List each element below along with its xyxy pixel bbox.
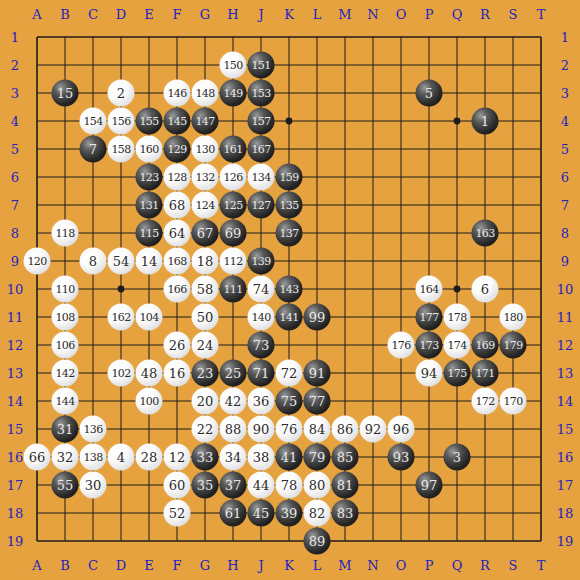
row-label-left-19: 19 [7,534,24,549]
move-number: 144 [55,396,74,407]
white-stone-80-L17[interactable]: 80 [304,472,331,499]
move-number: 7 [89,143,97,156]
white-stone-110-B10[interactable]: 110 [52,276,79,303]
col-label-bottom-N: N [367,558,378,573]
move-number: 123 [139,172,158,183]
black-stone-123-E6[interactable]: 123 [136,164,163,191]
col-label-bottom-C: C [88,558,98,573]
row-label-left-9: 9 [11,254,19,269]
white-stone-42-H14[interactable]: 42 [220,388,247,415]
move-number: 20 [197,395,214,408]
white-stone-22-G15[interactable]: 22 [192,416,219,443]
move-number: 32 [57,451,74,464]
col-label-top-D: D [116,7,126,22]
black-stone-37-H17[interactable]: 37 [220,472,247,499]
move-number: 178 [447,312,466,323]
col-label-top-T: T [537,7,546,22]
move-number: 151 [251,60,270,71]
row-label-right-18: 18 [557,506,574,521]
move-number: 26 [169,339,186,352]
white-stone-128-F6[interactable]: 128 [164,164,191,191]
black-stone-131-E7[interactable]: 131 [136,192,163,219]
white-stone-136-C15[interactable]: 136 [80,416,107,443]
move-number: 86 [337,423,354,436]
move-number: 34 [225,451,242,464]
black-stone-23-G13[interactable]: 23 [192,360,219,387]
black-stone-81-M17[interactable]: 81 [332,472,359,499]
move-number: 39 [281,507,298,520]
white-stone-24-G12[interactable]: 24 [192,332,219,359]
col-label-bottom-D: D [116,558,126,573]
move-number: 141 [279,312,298,323]
move-number: 130 [195,144,214,155]
col-label-top-N: N [367,7,378,22]
black-stone-69-H8[interactable]: 69 [220,220,247,247]
white-stone-148-G3[interactable]: 148 [192,80,219,107]
white-stone-156-D4[interactable]: 156 [108,108,135,135]
move-number: 91 [309,367,326,380]
white-stone-66-A16[interactable]: 66 [24,444,51,471]
black-stone-147-G4[interactable]: 147 [192,108,219,135]
black-stone-167-J5[interactable]: 167 [248,136,275,163]
black-stone-127-J7[interactable]: 127 [248,192,275,219]
white-stone-48-E13[interactable]: 48 [136,360,163,387]
black-stone-7-C5[interactable]: 7 [80,136,107,163]
row-label-left-11: 11 [7,310,24,325]
black-stone-145-F4[interactable]: 145 [164,108,191,135]
move-number: 131 [139,200,158,211]
black-stone-153-J3[interactable]: 153 [248,80,275,107]
black-stone-175-Q13[interactable]: 175 [444,360,471,387]
black-stone-151-J2[interactable]: 151 [248,52,275,79]
white-stone-140-J11[interactable]: 140 [248,304,275,331]
row-label-right-1: 1 [561,30,569,45]
white-stone-142-B13[interactable]: 142 [52,360,79,387]
white-stone-26-F12[interactable]: 26 [164,332,191,359]
row-label-left-12: 12 [7,338,24,353]
white-stone-132-G6[interactable]: 132 [192,164,219,191]
white-stone-96-O15[interactable]: 96 [388,416,415,443]
move-number: 78 [281,479,298,492]
move-number: 77 [309,395,326,408]
row-label-left-15: 15 [7,422,24,437]
white-stone-6-R10[interactable]: 6 [472,276,499,303]
move-number: 167 [251,144,270,155]
black-stone-163-R8[interactable]: 163 [472,220,499,247]
move-number: 42 [225,395,242,408]
col-label-bottom-T: T [537,558,546,573]
white-stone-150-H2[interactable]: 150 [220,52,247,79]
white-stone-2-D3[interactable]: 2 [108,80,135,107]
black-stone-1-R4[interactable]: 1 [472,108,499,135]
row-label-right-16: 16 [557,450,574,465]
black-stone-129-F5[interactable]: 129 [164,136,191,163]
row-label-right-11: 11 [557,310,574,325]
white-stone-18-G9[interactable]: 18 [192,248,219,275]
move-number: 110 [55,284,74,295]
move-number: 44 [253,479,270,492]
move-number: 148 [195,88,214,99]
move-number: 132 [195,172,214,183]
black-stone-157-J4[interactable]: 157 [248,108,275,135]
col-label-top-L: L [313,7,322,22]
black-stone-45-J18[interactable]: 45 [248,500,275,527]
white-stone-102-D13[interactable]: 102 [108,360,135,387]
white-stone-158-D5[interactable]: 158 [108,136,135,163]
black-stone-83-M18[interactable]: 83 [332,500,359,527]
white-stone-124-G7[interactable]: 124 [192,192,219,219]
col-label-top-O: O [396,7,407,22]
row-label-right-10: 10 [557,282,574,297]
move-number: 3 [453,451,461,464]
white-stone-12-F16[interactable]: 12 [164,444,191,471]
row-label-left-16: 16 [7,450,24,465]
move-number: 171 [475,368,494,379]
move-number: 139 [251,256,270,267]
black-stone-115-E8[interactable]: 115 [136,220,163,247]
move-number: 38 [253,451,270,464]
move-number: 90 [253,423,270,436]
col-label-top-G: G [200,7,210,22]
col-label-bottom-L: L [313,558,322,573]
black-stone-161-H5[interactable]: 161 [220,136,247,163]
col-label-top-S: S [509,7,518,22]
black-stone-139-J9[interactable]: 139 [248,248,275,275]
col-label-top-C: C [88,7,98,22]
move-number: 179 [503,340,522,351]
black-stone-89-L19[interactable]: 89 [304,528,331,555]
black-stone-135-K7[interactable]: 135 [276,192,303,219]
black-stone-67-G8[interactable]: 67 [192,220,219,247]
move-number: 68 [169,199,186,212]
white-stone-104-E11[interactable]: 104 [136,304,163,331]
white-stone-118-B8[interactable]: 118 [52,220,79,247]
black-stone-5-P3[interactable]: 5 [416,80,443,107]
black-stone-85-M16[interactable]: 85 [332,444,359,471]
move-number: 37 [225,479,242,492]
move-number: 92 [365,423,382,436]
white-stone-58-G10[interactable]: 58 [192,276,219,303]
move-number: 66 [29,451,46,464]
move-number: 89 [309,535,326,548]
white-stone-170-S14[interactable]: 170 [500,388,527,415]
move-number: 76 [281,423,298,436]
black-stone-155-E4[interactable]: 155 [136,108,163,135]
move-number: 14 [141,255,158,268]
black-stone-143-K10[interactable]: 143 [276,276,303,303]
black-stone-31-B15[interactable]: 31 [52,416,79,443]
black-stone-75-K14[interactable]: 75 [276,388,303,415]
move-number: 143 [279,284,298,295]
move-number: 52 [169,507,186,520]
white-stone-4-D16[interactable]: 4 [108,444,135,471]
white-stone-160-E5[interactable]: 160 [136,136,163,163]
white-stone-44-J17[interactable]: 44 [248,472,275,499]
col-label-top-K: K [284,7,294,22]
white-stone-130-G5[interactable]: 130 [192,136,219,163]
move-number: 84 [309,423,326,436]
move-number: 172 [475,396,494,407]
row-label-right-4: 4 [561,114,569,129]
move-number: 170 [503,396,522,407]
move-number: 124 [195,200,214,211]
row-label-right-19: 19 [557,534,574,549]
move-number: 88 [225,423,242,436]
move-number: 150 [223,60,242,71]
col-label-bottom-J: J [258,558,263,573]
black-stone-169-R12[interactable]: 169 [472,332,499,359]
black-stone-173-P12[interactable]: 173 [416,332,443,359]
move-number: 96 [393,423,410,436]
black-stone-41-K16[interactable]: 41 [276,444,303,471]
row-label-left-5: 5 [11,142,19,157]
white-stone-176-O12[interactable]: 176 [388,332,415,359]
move-number: 82 [309,507,326,520]
row-label-right-15: 15 [557,422,574,437]
move-number: 24 [197,339,214,352]
move-number: 22 [197,423,214,436]
black-stone-171-R13[interactable]: 171 [472,360,499,387]
move-number: 166 [167,284,186,295]
white-stone-90-J15[interactable]: 90 [248,416,275,443]
move-number: 128 [167,172,186,183]
move-number: 50 [197,311,214,324]
row-label-left-17: 17 [7,478,24,493]
move-number: 58 [197,283,214,296]
move-number: 36 [253,395,270,408]
col-label-bottom-Q: Q [452,558,463,573]
white-stone-8-C9[interactable]: 8 [80,248,107,275]
row-label-right-6: 6 [561,170,569,185]
move-number: 48 [141,367,158,380]
col-label-bottom-G: G [200,558,210,573]
black-stone-61-H18[interactable]: 61 [220,500,247,527]
black-stone-71-J13[interactable]: 71 [248,360,275,387]
move-number: 125 [223,200,242,211]
white-stone-134-J6[interactable]: 134 [248,164,275,191]
star-point-K4 [286,118,293,125]
col-label-bottom-B: B [60,558,70,573]
white-stone-38-J16[interactable]: 38 [248,444,275,471]
move-number: 6 [481,283,489,296]
black-stone-149-H3[interactable]: 149 [220,80,247,107]
move-number: 153 [251,88,270,99]
row-label-right-12: 12 [557,338,574,353]
move-number: 161 [223,144,242,155]
white-stone-92-N15[interactable]: 92 [360,416,387,443]
black-stone-177-P11[interactable]: 177 [416,304,443,331]
move-number: 127 [251,200,270,211]
black-stone-111-H10[interactable]: 111 [220,276,247,303]
row-label-left-18: 18 [7,506,24,521]
black-stone-137-K8[interactable]: 137 [276,220,303,247]
black-stone-179-S12[interactable]: 179 [500,332,527,359]
move-number: 149 [223,88,242,99]
white-stone-172-R14[interactable]: 172 [472,388,499,415]
col-label-bottom-H: H [227,558,238,573]
move-number: 177 [419,312,438,323]
move-number: 94 [421,367,438,380]
move-number: 99 [309,311,326,324]
move-number: 45 [253,507,270,520]
move-number: 85 [337,451,354,464]
col-label-bottom-A: A [32,558,41,573]
white-stone-146-F3[interactable]: 146 [164,80,191,107]
row-label-left-2: 2 [11,58,19,73]
white-stone-28-E16[interactable]: 28 [136,444,163,471]
black-stone-79-L16[interactable]: 79 [304,444,331,471]
move-number: 160 [139,144,158,155]
move-number: 168 [167,256,186,267]
white-stone-94-P13[interactable]: 94 [416,360,443,387]
black-stone-125-H7[interactable]: 125 [220,192,247,219]
move-number: 135 [279,200,298,211]
col-label-top-A: A [32,7,41,22]
col-label-top-Q: Q [452,7,463,22]
move-number: 111 [223,284,242,295]
move-number: 118 [55,228,74,239]
move-number: 28 [141,451,158,464]
white-stone-164-P10[interactable]: 164 [416,276,443,303]
move-number: 108 [55,312,74,323]
black-stone-3-Q16[interactable]: 3 [444,444,471,471]
white-stone-106-B12[interactable]: 106 [52,332,79,359]
move-number: 104 [139,312,158,323]
black-stone-39-K18[interactable]: 39 [276,500,303,527]
move-number: 158 [111,144,130,155]
white-stone-86-M15[interactable]: 86 [332,416,359,443]
white-stone-138-C16[interactable]: 138 [80,444,107,471]
white-stone-154-C4[interactable]: 154 [80,108,107,135]
white-stone-78-K17[interactable]: 78 [276,472,303,499]
white-stone-180-S11[interactable]: 180 [500,304,527,331]
white-stone-88-H15[interactable]: 88 [220,416,247,443]
white-stone-64-F8[interactable]: 64 [164,220,191,247]
white-stone-76-K15[interactable]: 76 [276,416,303,443]
move-number: 74 [253,283,270,296]
row-label-left-1: 1 [11,30,19,45]
move-number: 162 [111,312,130,323]
move-number: 100 [139,396,158,407]
move-number: 81 [337,479,354,492]
white-stone-162-D11[interactable]: 162 [108,304,135,331]
move-number: 102 [111,368,130,379]
move-number: 31 [57,423,74,436]
black-stone-25-H13[interactable]: 25 [220,360,247,387]
row-label-right-7: 7 [561,198,569,213]
white-stone-32-B16[interactable]: 32 [52,444,79,471]
row-label-left-8: 8 [11,226,19,241]
col-label-top-R: R [480,7,490,22]
move-number: 129 [167,144,186,155]
white-stone-120-A9[interactable]: 120 [24,248,51,275]
white-stone-84-L15[interactable]: 84 [304,416,331,443]
white-stone-112-H9[interactable]: 112 [220,248,247,275]
white-stone-166-F10[interactable]: 166 [164,276,191,303]
col-label-top-J: J [258,7,263,22]
row-label-left-14: 14 [7,394,24,409]
white-stone-178-Q11[interactable]: 178 [444,304,471,331]
white-stone-74-J10[interactable]: 74 [248,276,275,303]
white-stone-72-K13[interactable]: 72 [276,360,303,387]
white-stone-100-E14[interactable]: 100 [136,388,163,415]
black-stone-55-B17[interactable]: 55 [52,472,79,499]
white-stone-174-Q12[interactable]: 174 [444,332,471,359]
white-stone-144-B14[interactable]: 144 [52,388,79,415]
black-stone-77-L14[interactable]: 77 [304,388,331,415]
black-stone-141-K11[interactable]: 141 [276,304,303,331]
move-number: 134 [251,172,270,183]
move-number: 112 [223,256,242,267]
row-label-left-6: 6 [11,170,19,185]
white-stone-16-F13[interactable]: 16 [164,360,191,387]
white-stone-34-H16[interactable]: 34 [220,444,247,471]
white-stone-36-J14[interactable]: 36 [248,388,275,415]
black-stone-91-L13[interactable]: 91 [304,360,331,387]
move-number: 159 [279,172,298,183]
white-stone-68-F7[interactable]: 68 [164,192,191,219]
black-stone-35-G17[interactable]: 35 [192,472,219,499]
white-stone-54-D9[interactable]: 54 [108,248,135,275]
white-stone-20-G14[interactable]: 20 [192,388,219,415]
col-label-bottom-M: M [338,558,351,573]
row-label-left-10: 10 [7,282,24,297]
move-number: 15 [57,87,74,100]
move-number: 147 [195,116,214,127]
black-stone-159-K6[interactable]: 159 [276,164,303,191]
white-stone-168-F9[interactable]: 168 [164,248,191,275]
move-number: 155 [139,116,158,127]
move-number: 138 [83,452,102,463]
move-number: 140 [251,312,270,323]
move-number: 115 [139,228,158,239]
move-number: 12 [169,451,186,464]
move-number: 8 [89,255,97,268]
move-number: 142 [55,368,74,379]
white-stone-126-H6[interactable]: 126 [220,164,247,191]
move-number: 4 [117,451,125,464]
black-stone-93-O16[interactable]: 93 [388,444,415,471]
col-label-bottom-S: S [509,558,518,573]
move-number: 16 [169,367,186,380]
row-label-right-9: 9 [561,254,569,269]
col-label-bottom-F: F [172,558,181,573]
white-stone-82-L18[interactable]: 82 [304,500,331,527]
row-label-right-3: 3 [561,86,569,101]
black-stone-33-G16[interactable]: 33 [192,444,219,471]
black-stone-99-L11[interactable]: 99 [304,304,331,331]
row-label-right-8: 8 [561,226,569,241]
col-label-bottom-O: O [396,558,407,573]
move-number: 137 [279,228,298,239]
move-number: 154 [83,116,102,127]
move-number: 120 [27,256,46,267]
white-stone-108-B11[interactable]: 108 [52,304,79,331]
white-stone-60-F17[interactable]: 60 [164,472,191,499]
white-stone-52-F18[interactable]: 52 [164,500,191,527]
white-stone-50-G11[interactable]: 50 [192,304,219,331]
col-label-top-B: B [60,7,70,22]
black-stone-73-J12[interactable]: 73 [248,332,275,359]
move-number: 93 [393,451,410,464]
black-stone-97-P17[interactable]: 97 [416,472,443,499]
go-board[interactable]: AABBCCDDEEFFGGHHJJKKLLMMNNOOPPQQRRSSTT11… [0,0,580,580]
white-stone-30-C17[interactable]: 30 [80,472,107,499]
white-stone-14-E9[interactable]: 14 [136,248,163,275]
move-number: 83 [337,507,354,520]
black-stone-15-B3[interactable]: 15 [52,80,79,107]
row-label-right-14: 14 [557,394,574,409]
